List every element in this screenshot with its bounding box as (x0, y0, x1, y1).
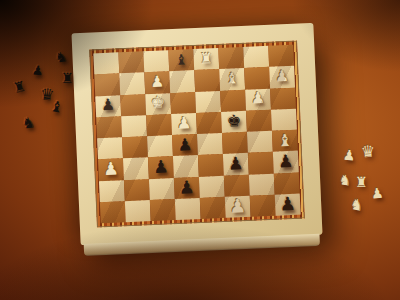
square-a8[interactable] (93, 52, 119, 74)
white-pawn[interactable]: ♟ (251, 91, 266, 107)
square-c4[interactable] (147, 135, 173, 157)
square-h7[interactable]: ♟ (269, 66, 295, 88)
square-f2[interactable] (224, 174, 250, 196)
black-pawn[interactable]: ♟ (279, 195, 296, 214)
square-a7[interactable] (94, 74, 120, 96)
captured-white-rook[interactable]: ♜ (355, 175, 368, 189)
captured-black-bishop[interactable]: ♝ (49, 99, 65, 116)
white-bishop[interactable]: ♝ (277, 132, 293, 149)
captured-black-knight[interactable]: ♞ (21, 115, 36, 131)
square-g4[interactable] (247, 131, 273, 153)
captured-black-knight[interactable]: ♞ (54, 49, 69, 65)
white-pawn[interactable]: ♟ (103, 161, 119, 179)
square-h4[interactable]: ♝ (272, 130, 298, 152)
square-b3[interactable] (123, 157, 149, 179)
square-d1[interactable] (175, 198, 201, 220)
black-pawn[interactable]: ♟ (177, 136, 193, 153)
square-g8[interactable] (243, 46, 269, 68)
black-pawn[interactable]: ♟ (153, 159, 169, 177)
black-pawn[interactable]: ♟ (278, 153, 294, 171)
square-d7[interactable] (169, 70, 195, 92)
captured-white-knight[interactable]: ♞ (338, 172, 352, 188)
square-e8[interactable]: ♜ (193, 48, 219, 70)
captured-black-pawn[interactable]: ♟ (31, 63, 44, 77)
square-h5[interactable] (271, 108, 297, 130)
square-g1[interactable] (250, 194, 276, 216)
square-c7[interactable]: ♟ (144, 71, 170, 93)
square-e1[interactable] (200, 197, 226, 219)
square-g5[interactable] (246, 109, 272, 131)
white-pawn[interactable]: ♟ (176, 116, 191, 133)
white-pawn[interactable]: ♟ (150, 75, 164, 91)
square-d5[interactable]: ♟ (171, 113, 197, 135)
square-d3[interactable] (173, 155, 199, 177)
square-a2[interactable] (99, 180, 125, 202)
square-c1[interactable] (150, 199, 176, 221)
square-f7[interactable]: ♝ (219, 68, 245, 90)
square-b2[interactable] (124, 179, 150, 201)
square-c2[interactable] (149, 178, 175, 200)
chess-board: ♝♜♟♝♟♟♚♟♟♚♟♝♟♟♟♟♟♟♟ (71, 23, 322, 245)
square-g2[interactable] (249, 173, 275, 195)
square-h1[interactable]: ♟ (275, 193, 301, 215)
square-e5[interactable] (196, 112, 222, 134)
captured-black-rook[interactable]: ♜ (61, 71, 74, 85)
captured-black-rook[interactable]: ♜ (11, 79, 27, 96)
square-g7[interactable] (244, 67, 270, 89)
white-rook[interactable]: ♜ (199, 52, 213, 67)
square-a6[interactable]: ♟ (95, 95, 121, 117)
square-a4[interactable] (97, 137, 123, 159)
square-c8[interactable] (143, 50, 169, 72)
square-b8[interactable] (118, 51, 144, 73)
square-c5[interactable] (146, 114, 172, 136)
black-bishop[interactable]: ♝ (174, 53, 188, 68)
captured-white-pawn[interactable]: ♟ (342, 147, 356, 162)
square-d6[interactable] (170, 92, 196, 114)
square-f8[interactable] (218, 47, 244, 69)
square-e4[interactable] (197, 133, 223, 155)
captured-white-pawn[interactable]: ♟ (370, 185, 384, 200)
square-b5[interactable] (121, 115, 147, 137)
square-e2[interactable] (199, 175, 225, 197)
square-b1[interactable] (125, 200, 151, 222)
board-grid: ♝♜♟♝♟♟♚♟♟♚♟♝♟♟♟♟♟♟♟ (93, 45, 300, 224)
square-g3[interactable] (248, 152, 274, 174)
square-b4[interactable] (122, 136, 148, 158)
square-f4[interactable] (222, 132, 248, 154)
table-surface: ♝♜♟♝♟♟♚♟♟♚♟♝♟♟♟♟♟♟♟ ♞♟♜♜♛♝♞ ♟♛♞♜♟♞ (0, 0, 400, 300)
black-pawn[interactable]: ♟ (178, 178, 195, 196)
square-f5[interactable]: ♚ (221, 111, 247, 133)
square-h2[interactable] (274, 172, 300, 194)
square-b6[interactable] (120, 94, 146, 116)
captured-white-queen[interactable]: ♛ (360, 144, 375, 161)
square-g6[interactable]: ♟ (245, 88, 271, 110)
black-king[interactable]: ♚ (226, 113, 241, 130)
square-h8[interactable] (268, 45, 294, 67)
square-c6[interactable]: ♚ (145, 93, 171, 115)
square-a5[interactable] (96, 116, 122, 138)
black-pawn[interactable]: ♟ (101, 98, 116, 114)
square-e7[interactable] (194, 69, 220, 91)
square-f6[interactable] (220, 89, 246, 111)
square-d8[interactable]: ♝ (168, 49, 194, 71)
square-f1[interactable]: ♟ (225, 196, 251, 218)
square-h3[interactable]: ♟ (273, 151, 299, 173)
square-b7[interactable] (119, 72, 145, 94)
square-a3[interactable]: ♟ (98, 159, 124, 181)
white-bishop[interactable]: ♝ (225, 71, 239, 87)
white-pawn[interactable]: ♟ (229, 197, 246, 216)
square-h6[interactable] (270, 87, 296, 109)
square-f3[interactable]: ♟ (223, 153, 249, 175)
square-c3[interactable]: ♟ (148, 156, 174, 178)
square-a1[interactable] (100, 201, 126, 223)
square-d4[interactable]: ♟ (172, 134, 198, 156)
square-d2[interactable]: ♟ (174, 176, 200, 198)
square-e3[interactable] (198, 154, 224, 176)
square-e6[interactable] (195, 90, 221, 112)
captured-white-knight[interactable]: ♞ (349, 197, 365, 214)
white-pawn[interactable]: ♟ (275, 69, 289, 85)
white-king[interactable]: ♚ (151, 96, 166, 112)
black-pawn[interactable]: ♟ (228, 155, 244, 173)
